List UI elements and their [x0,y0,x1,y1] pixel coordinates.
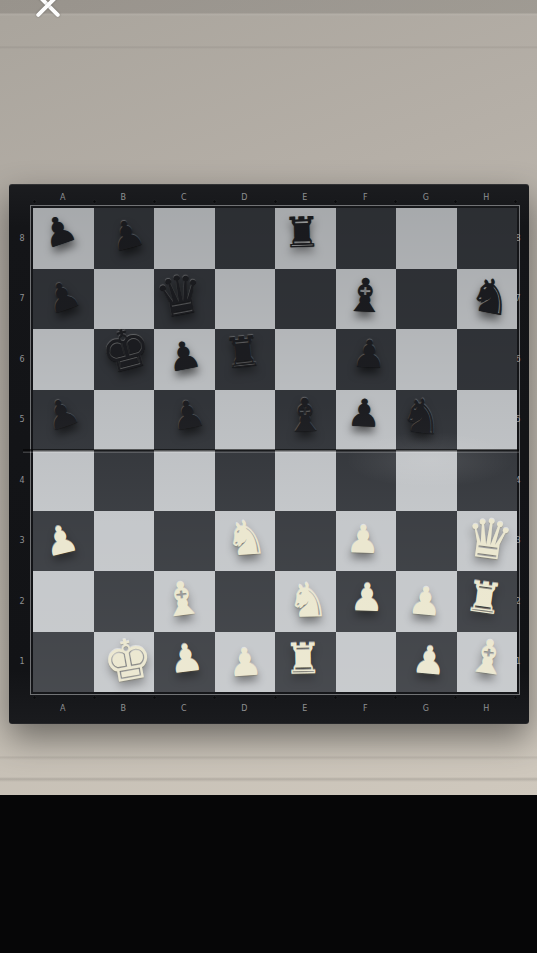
file-label-c: C [154,191,215,205]
file-labels-bottom: ABCDEFGH [33,702,517,716]
piece-white-king-b1: ♚ [98,629,157,693]
square-e7 [275,269,336,330]
rank-label-5: 5 [16,390,28,451]
square-b5 [94,390,155,451]
rank-label-2: 2 [16,571,28,632]
square-g2: ♟ [396,571,457,632]
square-f1 [336,632,397,693]
piece-black-pawn-c5: ♟ [168,393,208,437]
piece-white-bishop-c2: ♝ [159,574,206,625]
square-c5: ♟ [154,390,215,451]
rank-label-1: 1 [16,632,28,693]
square-c7: ♛ [154,269,215,330]
piece-black-pawn-a8: ♟ [37,208,82,255]
file-label-e: E [275,702,336,716]
square-g3 [396,511,457,572]
file-label-g: G [396,191,457,205]
close-icon[interactable] [30,0,66,23]
square-b1: ♚ [94,632,155,693]
square-a1 [33,632,94,693]
piece-black-rook-d6: ♜ [222,330,264,376]
square-h4 [457,450,518,511]
file-label-a: A [33,702,94,716]
square-h6 [457,329,518,390]
file-label-c: C [154,702,215,716]
piece-white-rook-h2: ♜ [462,575,505,622]
square-f5: ♟ [336,390,397,451]
square-g4 [396,450,457,511]
square-d2 [215,571,276,632]
square-h3: ♛ [457,511,518,572]
rank-label-7: 7 [16,269,28,330]
file-label-e: E [275,191,336,205]
piece-white-pawn-f2: ♟ [349,578,384,617]
frame-screw-dots-bottom [33,696,517,700]
rank-label-4: 4 [16,450,28,511]
piece-black-knight-h7: ♞ [465,269,516,323]
file-label-b: B [94,702,155,716]
file-labels-top: ABCDEFGH [33,191,517,205]
piece-black-bishop-f7: ♝ [343,271,386,319]
rank-labels-left: 87654321 [16,208,28,692]
square-f7: ♝ [336,269,397,330]
board-grid: ♟♟♜♟♛♝♞♚♟♜♟♟♟♝♟♞♟♞♟♛♝♞♟♟♜♚♟♟♜♟♝ [33,208,517,692]
square-h5 [457,390,518,451]
square-b3 [94,511,155,572]
square-d4 [215,450,276,511]
piece-white-knight-e2: ♞ [287,576,330,624]
file-label-a: A [33,191,94,205]
photo-viewer: ABCDEFGH ABCDEFGH 87654321 87654321 ♟♟♜♟… [0,0,537,953]
square-d6: ♜ [215,329,276,390]
square-e3 [275,511,336,572]
square-a2 [33,571,94,632]
piece-black-bishop-e5: ♝ [284,392,327,439]
piece-black-pawn-a7: ♟ [41,273,86,320]
piece-black-pawn-a5: ♟ [40,390,85,437]
square-d3: ♞ [215,511,276,572]
square-h7: ♞ [457,269,518,330]
square-f8 [336,208,397,269]
square-g5: ♞ [396,390,457,451]
square-a5: ♟ [33,390,94,451]
square-a7: ♟ [33,269,94,330]
square-b2 [94,571,155,632]
square-f2: ♟ [336,571,397,632]
chess-board: ABCDEFGH ABCDEFGH 87654321 87654321 ♟♟♜♟… [9,184,529,724]
file-label-h: H [457,191,518,205]
file-label-f: F [336,702,397,716]
square-g7 [396,269,457,330]
piece-black-rook-e8: ♜ [283,211,322,254]
square-a3: ♟ [33,511,94,572]
rank-label-6: 6 [16,329,28,390]
piece-black-pawn-b8: ♟ [105,213,148,259]
square-h1: ♝ [457,632,518,693]
square-d7 [215,269,276,330]
piece-white-pawn-g2: ♟ [407,581,444,622]
file-label-g: G [396,702,457,716]
file-label-b: B [94,191,155,205]
square-c8 [154,208,215,269]
square-f4 [336,450,397,511]
rank-label-8: 8 [16,208,28,269]
piece-black-knight-g5: ♞ [398,390,446,442]
square-h8 [457,208,518,269]
square-c6: ♟ [154,329,215,390]
file-label-d: D [215,191,276,205]
square-e8: ♜ [275,208,336,269]
bottom-letterbox [0,795,537,953]
piece-white-knight-d3: ♞ [223,513,268,563]
square-e5: ♝ [275,390,336,451]
square-a6 [33,329,94,390]
square-d5 [215,390,276,451]
square-c4 [154,450,215,511]
piece-white-pawn-f3: ♟ [345,520,380,559]
square-g6 [396,329,457,390]
square-e2: ♞ [275,571,336,632]
rank-label-3: 3 [16,511,28,572]
square-a8: ♟ [33,208,94,269]
file-label-d: D [215,702,276,716]
square-b6: ♚ [94,329,155,390]
square-b7 [94,269,155,330]
square-h2: ♜ [457,571,518,632]
piece-white-pawn-g1: ♟ [411,640,448,681]
piece-black-pawn-c6: ♟ [164,335,204,379]
square-a4 [33,450,94,511]
square-f3: ♟ [336,511,397,572]
square-g1: ♟ [396,632,457,693]
square-f6: ♟ [336,329,397,390]
piece-white-pawn-d1: ♟ [226,642,263,682]
square-b4 [94,450,155,511]
file-label-f: F [336,191,397,205]
piece-black-pawn-f6: ♟ [351,335,387,375]
piece-white-pawn-c1: ♟ [167,637,206,679]
piece-white-bishop-h1: ♝ [464,631,511,682]
piece-white-queen-h3: ♛ [461,510,516,570]
square-c3 [154,511,215,572]
square-e6 [275,329,336,390]
square-e1: ♜ [275,632,336,693]
square-d8 [215,208,276,269]
square-c2: ♝ [154,571,215,632]
piece-black-queen-c7: ♛ [151,265,209,327]
square-g8 [396,208,457,269]
piece-black-pawn-f5: ♟ [346,393,382,433]
square-e4 [275,450,336,511]
file-label-h: H [457,702,518,716]
square-c1: ♟ [154,632,215,693]
square-b8: ♟ [94,208,155,269]
square-d1: ♟ [215,632,276,693]
piece-white-rook-e1: ♜ [284,638,323,681]
piece-white-pawn-a3: ♟ [40,518,82,563]
